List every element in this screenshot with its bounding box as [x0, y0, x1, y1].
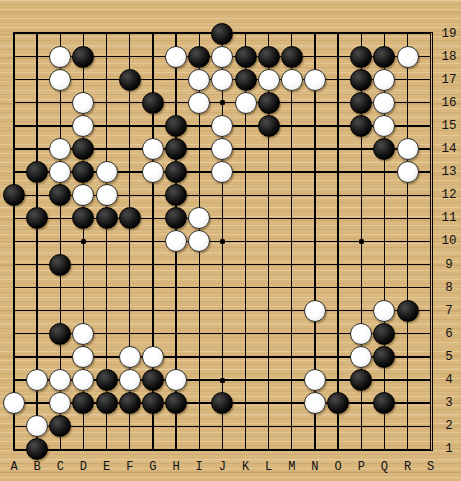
- stone-white[interactable]: [26, 415, 48, 437]
- stone-black[interactable]: [350, 115, 372, 137]
- column-label: P: [352, 460, 370, 474]
- row-label: 5: [436, 349, 461, 365]
- stone-white[interactable]: [211, 46, 233, 68]
- stone-black[interactable]: [165, 392, 187, 414]
- stone-white[interactable]: [49, 46, 71, 68]
- stone-black[interactable]: [142, 392, 164, 414]
- stone-black[interactable]: [350, 69, 372, 91]
- stone-white[interactable]: [49, 369, 71, 391]
- stone-white[interactable]: [72, 115, 94, 137]
- row-label: 8: [436, 280, 461, 296]
- stone-black[interactable]: [188, 46, 210, 68]
- column-label: Q: [375, 460, 393, 474]
- stone-black[interactable]: [72, 46, 94, 68]
- column-label: G: [144, 460, 162, 474]
- stone-black[interactable]: [142, 92, 164, 114]
- row-label: 17: [436, 72, 461, 88]
- stone-white[interactable]: [235, 92, 257, 114]
- row-label: 18: [436, 49, 461, 65]
- column-label: N: [306, 460, 324, 474]
- stone-black[interactable]: [258, 115, 280, 137]
- stone-black[interactable]: [211, 23, 233, 45]
- stone-black[interactable]: [3, 184, 25, 206]
- stone-white[interactable]: [397, 138, 419, 160]
- stone-white[interactable]: [72, 369, 94, 391]
- stone-black[interactable]: [26, 438, 48, 460]
- stone-white[interactable]: [49, 69, 71, 91]
- stone-black[interactable]: [96, 369, 118, 391]
- stone-black[interactable]: [72, 207, 94, 229]
- stone-black[interactable]: [49, 415, 71, 437]
- stone-white[interactable]: [96, 184, 118, 206]
- grid-line: [14, 449, 431, 450]
- column-label: O: [329, 460, 347, 474]
- grid-line: [430, 34, 431, 450]
- stone-black[interactable]: [211, 392, 233, 414]
- stone-black[interactable]: [350, 92, 372, 114]
- stone-black[interactable]: [96, 207, 118, 229]
- column-label: R: [399, 460, 417, 474]
- stone-black[interactable]: [119, 69, 141, 91]
- stone-white[interactable]: [211, 138, 233, 160]
- stone-white[interactable]: [188, 69, 210, 91]
- column-label: C: [51, 460, 69, 474]
- star-point: [220, 378, 225, 383]
- column-label: D: [74, 460, 92, 474]
- column-label: J: [213, 460, 231, 474]
- stone-black[interactable]: [72, 138, 94, 160]
- stone-black[interactable]: [350, 46, 372, 68]
- row-label: 12: [436, 187, 461, 203]
- stone-black[interactable]: [350, 369, 372, 391]
- grid-line: [407, 34, 408, 450]
- stone-white[interactable]: [281, 69, 303, 91]
- stone-black[interactable]: [49, 184, 71, 206]
- stone-black[interactable]: [49, 254, 71, 276]
- stone-black[interactable]: [165, 207, 187, 229]
- stone-white[interactable]: [350, 323, 372, 345]
- stone-white[interactable]: [142, 161, 164, 183]
- row-label: 7: [436, 303, 461, 319]
- stone-black[interactable]: [258, 46, 280, 68]
- stone-white[interactable]: [165, 46, 187, 68]
- stone-white[interactable]: [142, 346, 164, 368]
- stone-white[interactable]: [211, 115, 233, 137]
- stone-black[interactable]: [142, 369, 164, 391]
- stone-black[interactable]: [373, 138, 395, 160]
- row-label: 14: [436, 141, 461, 157]
- stone-white[interactable]: [72, 346, 94, 368]
- stone-black[interactable]: [258, 92, 280, 114]
- stone-white[interactable]: [304, 392, 326, 414]
- stone-white[interactable]: [49, 138, 71, 160]
- stone-white[interactable]: [373, 92, 395, 114]
- stone-white[interactable]: [397, 46, 419, 68]
- column-label: K: [237, 460, 255, 474]
- grid-line: [14, 264, 431, 265]
- row-label: 11: [436, 210, 461, 226]
- stone-white[interactable]: [165, 230, 187, 252]
- star-point: [220, 100, 225, 105]
- stone-black[interactable]: [165, 161, 187, 183]
- star-point: [81, 239, 86, 244]
- stone-white[interactable]: [188, 230, 210, 252]
- stone-white[interactable]: [119, 369, 141, 391]
- stone-white[interactable]: [304, 69, 326, 91]
- stone-black[interactable]: [397, 300, 419, 322]
- stone-black[interactable]: [327, 392, 349, 414]
- stone-white[interactable]: [397, 161, 419, 183]
- row-label: 6: [436, 326, 461, 342]
- stone-white[interactable]: [304, 369, 326, 391]
- stone-black[interactable]: [235, 69, 257, 91]
- stone-white[interactable]: [188, 92, 210, 114]
- row-label: 16: [436, 95, 461, 111]
- star-point: [359, 239, 364, 244]
- stone-black[interactable]: [165, 115, 187, 137]
- stone-white[interactable]: [3, 392, 25, 414]
- row-label: 10: [436, 233, 461, 249]
- grid-line: [14, 310, 431, 311]
- stone-black[interactable]: [96, 392, 118, 414]
- stone-white[interactable]: [142, 138, 164, 160]
- column-label: L: [260, 460, 278, 474]
- grid-line: [291, 34, 292, 450]
- grid-line: [337, 34, 338, 450]
- stone-white[interactable]: [96, 161, 118, 183]
- column-label: I: [190, 460, 208, 474]
- stone-black[interactable]: [281, 46, 303, 68]
- stone-white[interactable]: [72, 92, 94, 114]
- stone-white[interactable]: [165, 369, 187, 391]
- stone-white[interactable]: [49, 392, 71, 414]
- star-point: [220, 239, 225, 244]
- stone-black[interactable]: [165, 138, 187, 160]
- column-label: S: [422, 460, 440, 474]
- stone-white[interactable]: [26, 369, 48, 391]
- stone-black[interactable]: [165, 184, 187, 206]
- stone-black[interactable]: [49, 323, 71, 345]
- row-label: 13: [436, 164, 461, 180]
- column-label: B: [28, 460, 46, 474]
- stone-white[interactable]: [211, 161, 233, 183]
- column-label: F: [121, 460, 139, 474]
- stone-white[interactable]: [188, 207, 210, 229]
- stone-black[interactable]: [119, 207, 141, 229]
- row-label: 2: [436, 418, 461, 434]
- row-label: 1: [436, 441, 461, 457]
- stone-black[interactable]: [119, 392, 141, 414]
- stone-white[interactable]: [304, 300, 326, 322]
- stone-white[interactable]: [258, 69, 280, 91]
- stone-white[interactable]: [72, 184, 94, 206]
- column-label: M: [283, 460, 301, 474]
- column-label: A: [5, 460, 23, 474]
- stone-white[interactable]: [373, 115, 395, 137]
- stone-black[interactable]: [72, 161, 94, 183]
- stone-white[interactable]: [373, 300, 395, 322]
- stone-black[interactable]: [373, 46, 395, 68]
- stone-white[interactable]: [211, 69, 233, 91]
- stone-black[interactable]: [373, 346, 395, 368]
- stone-white[interactable]: [350, 346, 372, 368]
- stone-white[interactable]: [373, 69, 395, 91]
- row-label: 15: [436, 118, 461, 134]
- grid-line: [14, 426, 431, 427]
- column-label: E: [98, 460, 116, 474]
- stone-black[interactable]: [235, 46, 257, 68]
- stone-white[interactable]: [119, 346, 141, 368]
- stone-white[interactable]: [49, 161, 71, 183]
- stone-white[interactable]: [72, 323, 94, 345]
- stone-black[interactable]: [26, 207, 48, 229]
- row-label: 4: [436, 372, 461, 388]
- stone-black[interactable]: [373, 323, 395, 345]
- stone-black[interactable]: [72, 392, 94, 414]
- go-board[interactable]: A19B18C17D16E15F14G13H12I11J10K9L8M7N6O5…: [0, 0, 461, 481]
- grid-line: [14, 287, 431, 288]
- row-label: 9: [436, 257, 461, 273]
- row-label: 3: [436, 395, 461, 411]
- column-label: H: [167, 460, 185, 474]
- stone-black[interactable]: [373, 392, 395, 414]
- row-label: 19: [436, 26, 461, 42]
- stone-black[interactable]: [26, 161, 48, 183]
